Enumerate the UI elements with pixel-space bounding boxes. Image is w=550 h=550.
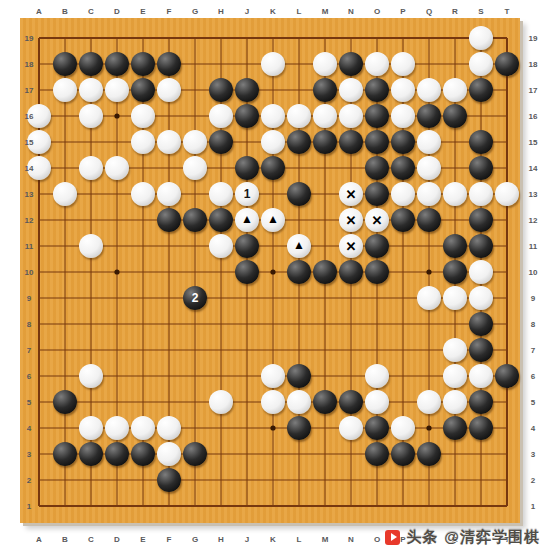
black-stone (209, 208, 233, 232)
column-label: J (245, 7, 249, 16)
row-label: 13 (25, 190, 34, 199)
go-diagram-screenshot: { "game": "go (weiqi), 19x19 full-board … (0, 0, 550, 550)
black-stone (261, 156, 285, 180)
white-stone (391, 416, 415, 440)
column-label: G (192, 535, 198, 544)
black-stone (469, 390, 493, 414)
black-stone (235, 156, 259, 180)
black-stone (469, 234, 493, 258)
row-label: 14 (529, 164, 538, 173)
column-label: R (452, 7, 458, 16)
black-stone (235, 78, 259, 102)
black-stone (365, 130, 389, 154)
white-stone (79, 104, 103, 128)
black-stone (365, 234, 389, 258)
star-point (114, 113, 119, 118)
black-stone (313, 260, 337, 284)
black-stone (313, 130, 337, 154)
column-label: D (114, 535, 120, 544)
row-label: 18 (25, 60, 34, 69)
white-stone (183, 130, 207, 154)
row-label: 15 (25, 138, 34, 147)
black-stone (469, 416, 493, 440)
row-label: 3 (531, 450, 535, 459)
white-stone (131, 130, 155, 154)
black-stone (469, 130, 493, 154)
white-stone (365, 52, 389, 76)
white-stone (287, 104, 311, 128)
column-label: N (348, 535, 354, 544)
triangle-mark: ▲ (267, 213, 279, 225)
column-label: G (192, 7, 198, 16)
watermark-handle: @清弈学围棋 (444, 528, 540, 547)
white-stone (391, 78, 415, 102)
white-stone (183, 156, 207, 180)
black-stone (157, 468, 181, 492)
column-label: N (348, 7, 354, 16)
black-stone (183, 442, 207, 466)
white-stone (417, 182, 441, 206)
white-stone (365, 390, 389, 414)
white-stone (131, 182, 155, 206)
black-stone (495, 364, 519, 388)
black-stone: 2 (183, 286, 207, 310)
column-label: F (167, 7, 172, 16)
column-label: L (297, 7, 302, 16)
white-stone (495, 182, 519, 206)
white-stone (469, 26, 493, 50)
white-stone (105, 416, 129, 440)
white-stone (391, 52, 415, 76)
black-stone (53, 390, 77, 414)
white-stone (443, 78, 467, 102)
column-label: H (218, 535, 224, 544)
column-label: B (62, 535, 68, 544)
black-stone (339, 130, 363, 154)
black-stone (391, 208, 415, 232)
black-stone (131, 442, 155, 466)
white-stone (79, 156, 103, 180)
black-stone (417, 104, 441, 128)
white-stone (261, 130, 285, 154)
black-stone (287, 416, 311, 440)
row-label: 7 (531, 346, 535, 355)
row-label: 17 (529, 86, 538, 95)
white-stone (469, 52, 493, 76)
black-stone (209, 130, 233, 154)
row-label: 2 (531, 476, 535, 485)
row-label: 18 (529, 60, 538, 69)
black-stone (469, 208, 493, 232)
column-label: A (36, 7, 42, 16)
black-stone (469, 78, 493, 102)
white-stone (53, 78, 77, 102)
column-label: E (140, 535, 145, 544)
white-stone (79, 364, 103, 388)
row-label: 7 (27, 346, 31, 355)
white-stone (443, 390, 467, 414)
column-label: M (322, 7, 329, 16)
white-stone (209, 390, 233, 414)
row-label: 6 (531, 372, 535, 381)
white-stone (417, 78, 441, 102)
row-label: 5 (27, 398, 31, 407)
row-label: 6 (27, 372, 31, 381)
black-stone (391, 156, 415, 180)
watermark-brand: 头条 (406, 528, 438, 547)
black-stone (365, 442, 389, 466)
black-stone (183, 208, 207, 232)
white-stone: 1 (235, 182, 259, 206)
black-stone (339, 52, 363, 76)
white-stone: ✕ (339, 208, 363, 232)
row-label: 19 (529, 34, 538, 43)
row-label: 8 (531, 320, 535, 329)
white-stone (443, 182, 467, 206)
black-stone (391, 442, 415, 466)
column-label: F (167, 535, 172, 544)
row-label: 13 (529, 190, 538, 199)
column-label: Q (426, 7, 432, 16)
black-stone (157, 208, 181, 232)
white-stone (131, 104, 155, 128)
cross-mark: ✕ (346, 214, 357, 227)
black-stone (365, 260, 389, 284)
move-number-label: 1 (244, 188, 251, 200)
white-stone (417, 156, 441, 180)
white-stone (443, 338, 467, 362)
row-label: 5 (531, 398, 535, 407)
white-stone (287, 390, 311, 414)
black-stone (469, 338, 493, 362)
row-label: 9 (27, 294, 31, 303)
black-stone (105, 52, 129, 76)
black-stone (235, 104, 259, 128)
black-stone (105, 442, 129, 466)
white-stone (443, 286, 467, 310)
white-stone: ✕ (365, 208, 389, 232)
white-stone: ✕ (339, 182, 363, 206)
row-label: 10 (25, 268, 34, 277)
star-point (114, 269, 119, 274)
black-stone (443, 260, 467, 284)
white-stone (313, 104, 337, 128)
row-label: 14 (25, 164, 34, 173)
row-label: 19 (25, 34, 34, 43)
row-label: 15 (529, 138, 538, 147)
black-stone (417, 442, 441, 466)
watermark: 头条 @清弈学围棋 (385, 527, 540, 547)
column-label: O (374, 7, 380, 16)
white-stone (469, 364, 493, 388)
row-label: 9 (531, 294, 535, 303)
white-stone: ▲ (235, 208, 259, 232)
column-label: T (505, 7, 510, 16)
black-stone (417, 208, 441, 232)
black-stone (495, 52, 519, 76)
star-point (270, 269, 275, 274)
white-stone (391, 182, 415, 206)
black-stone (469, 312, 493, 336)
star-point (426, 425, 431, 430)
row-label: 1 (531, 502, 535, 511)
white-stone (417, 286, 441, 310)
white-stone (443, 364, 467, 388)
white-stone (469, 260, 493, 284)
white-stone (417, 390, 441, 414)
triangle-mark: ▲ (293, 239, 305, 251)
white-stone (105, 156, 129, 180)
black-stone (131, 78, 155, 102)
black-stone (365, 182, 389, 206)
white-stone (261, 390, 285, 414)
cross-mark: ✕ (346, 240, 357, 253)
white-stone (339, 104, 363, 128)
row-label: 16 (529, 112, 538, 121)
black-stone (339, 390, 363, 414)
row-label: 4 (27, 424, 31, 433)
black-stone (287, 182, 311, 206)
white-stone (469, 286, 493, 310)
black-stone (79, 52, 103, 76)
white-stone: ▲ (287, 234, 311, 258)
white-stone (469, 182, 493, 206)
row-label: 10 (529, 268, 538, 277)
black-stone (469, 156, 493, 180)
white-stone (105, 78, 129, 102)
white-stone (157, 182, 181, 206)
row-label: 1 (27, 502, 31, 511)
column-label: J (245, 535, 249, 544)
black-stone (287, 260, 311, 284)
white-stone (157, 442, 181, 466)
black-stone (287, 364, 311, 388)
column-label: P (400, 7, 405, 16)
white-stone (157, 416, 181, 440)
white-stone (339, 78, 363, 102)
white-stone (79, 234, 103, 258)
black-stone (157, 52, 181, 76)
move-number-label: 2 (192, 292, 199, 304)
column-label: D (114, 7, 120, 16)
white-stone (157, 78, 181, 102)
black-stone (365, 156, 389, 180)
star-point (270, 425, 275, 430)
white-stone (261, 364, 285, 388)
column-label: A (36, 535, 42, 544)
black-stone (287, 130, 311, 154)
white-stone (157, 130, 181, 154)
column-label: B (62, 7, 68, 16)
row-label: 16 (25, 112, 34, 121)
black-stone (313, 78, 337, 102)
black-stone (131, 52, 155, 76)
white-stone (209, 182, 233, 206)
white-stone: ▲ (261, 208, 285, 232)
column-label: L (297, 535, 302, 544)
white-stone (391, 104, 415, 128)
black-stone (235, 260, 259, 284)
column-label: C (88, 535, 94, 544)
black-stone (391, 130, 415, 154)
white-stone (261, 104, 285, 128)
black-stone (365, 416, 389, 440)
go-board: 1✕▲▲✕✕▲✕2 (20, 18, 520, 523)
row-label: 12 (529, 216, 538, 225)
column-label: C (88, 7, 94, 16)
column-label: K (270, 7, 276, 16)
white-stone (79, 416, 103, 440)
black-stone (53, 52, 77, 76)
column-label: H (218, 7, 224, 16)
white-stone (313, 52, 337, 76)
black-stone (443, 416, 467, 440)
white-stone (53, 182, 77, 206)
row-label: 4 (531, 424, 535, 433)
black-stone (443, 234, 467, 258)
white-stone (79, 78, 103, 102)
column-label: E (140, 7, 145, 16)
black-stone (53, 442, 77, 466)
white-stone: ✕ (339, 234, 363, 258)
triangle-mark: ▲ (241, 213, 253, 225)
column-label: M (322, 535, 329, 544)
row-label: 12 (25, 216, 34, 225)
column-label: K (270, 535, 276, 544)
cross-mark: ✕ (346, 188, 357, 201)
toutiao-logo-icon (385, 530, 400, 545)
row-label: 11 (25, 242, 33, 251)
column-label: O (374, 535, 380, 544)
row-label: 3 (27, 450, 31, 459)
white-stone (209, 104, 233, 128)
white-stone (131, 416, 155, 440)
cross-mark: ✕ (372, 214, 383, 227)
black-stone (209, 78, 233, 102)
white-stone (365, 364, 389, 388)
black-stone (339, 260, 363, 284)
black-stone (235, 234, 259, 258)
black-stone (313, 390, 337, 414)
white-stone (261, 52, 285, 76)
white-stone (339, 416, 363, 440)
white-stone (209, 234, 233, 258)
black-stone (79, 442, 103, 466)
star-point (426, 269, 431, 274)
white-stone (417, 130, 441, 154)
black-stone (365, 78, 389, 102)
row-label: 11 (529, 242, 537, 251)
row-label: 2 (27, 476, 31, 485)
black-stone (365, 104, 389, 128)
row-label: 17 (25, 86, 34, 95)
column-label: S (478, 7, 483, 16)
black-stone (443, 104, 467, 128)
row-label: 8 (27, 320, 31, 329)
